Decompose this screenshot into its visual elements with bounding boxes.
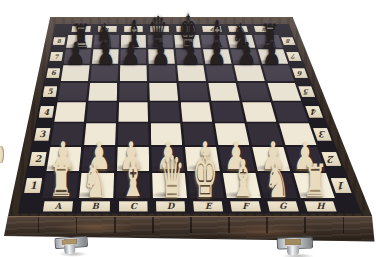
piece-shadow	[168, 42, 199, 50]
piece-shadow	[211, 163, 252, 173]
clasp-left	[54, 235, 89, 257]
piece-shadow	[68, 190, 111, 200]
piece-shadow	[250, 42, 281, 50]
piece-shadow	[141, 58, 174, 66]
piece-shadow	[139, 42, 170, 50]
partial-piece-left-edge	[0, 146, 4, 163]
piece-shadow	[106, 190, 149, 200]
front-edge-seam	[228, 217, 230, 233]
piece-shadow	[178, 190, 221, 200]
front-edge-seam	[152, 217, 154, 233]
front-edge-seam	[304, 217, 306, 233]
piece-shadow	[142, 163, 183, 173]
front-edge-seam	[266, 217, 268, 233]
piece-shadow	[111, 58, 144, 66]
clasp-right-brass-inlay	[285, 239, 301, 245]
clasp-left-hook	[64, 245, 76, 255]
piece-shadow	[288, 190, 331, 200]
piece-shadow	[86, 42, 117, 50]
piece-shadow	[37, 163, 78, 173]
front-edge-seam	[343, 217, 345, 233]
chess-set-photo: AABBCCDDEEFFGGHH1122334455667788 ♜♞♝♛♚♝♞…	[0, 0, 376, 257]
piece-shadow	[250, 190, 293, 200]
clasp-right-hook	[287, 246, 299, 255]
front-edge-seam	[76, 217, 78, 233]
clasp-right	[277, 236, 316, 257]
piece-shadow	[221, 42, 252, 50]
piece-shadow	[106, 163, 147, 173]
front-edge-seam	[38, 217, 40, 233]
piece-shadow	[196, 58, 229, 66]
front-edge-seam	[190, 217, 192, 233]
piece-shadow	[56, 58, 89, 66]
piece-shadow	[251, 58, 284, 66]
piece-shadow	[279, 163, 320, 173]
front-edge-seam	[114, 217, 116, 233]
